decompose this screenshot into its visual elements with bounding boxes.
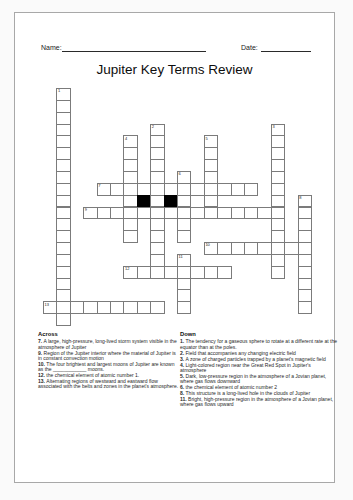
cell-r13c16[interactable]	[257, 242, 271, 255]
clue-10: 10. The four brightest and largest moons…	[38, 362, 179, 372]
cell-r15c7[interactable]	[137, 266, 151, 279]
clue-number-9: 9	[85, 208, 87, 212]
cell-r12c6[interactable]	[123, 230, 137, 243]
cell-r18c8[interactable]	[150, 301, 164, 314]
down-clue-list: 1. The tendency for a gaseous sphere to …	[180, 339, 338, 407]
cell-r13c13[interactable]	[217, 242, 231, 255]
clue-number-5: 5	[205, 137, 207, 141]
cell-r8c13[interactable]	[217, 183, 231, 196]
worksheet-page: Name: Date: Jupiter Key Terms Review 123…	[0, 0, 353, 500]
cell-r13c12[interactable]: 10	[204, 242, 218, 255]
clue-5: 5. Dark, low-pressure region in the atmo…	[180, 374, 338, 384]
cell-r8c15[interactable]	[244, 183, 258, 196]
worksheet-sheet: Name: Date: Jupiter Key Terms Review 123…	[14, 12, 335, 483]
cell-r10c9[interactable]	[164, 207, 178, 220]
cell-r10c12[interactable]	[204, 207, 218, 220]
cell-r15c6[interactable]: 12	[123, 266, 137, 279]
page-title: Jupiter Key Terms Review	[15, 62, 334, 77]
across-clue-list: 7. A large, high-pressure, long-lived st…	[38, 339, 179, 389]
cell-r8c11[interactable]	[190, 183, 204, 196]
cell-r13c18[interactable]	[284, 242, 298, 255]
clue-number-8: 8	[299, 196, 301, 200]
cell-r18c2[interactable]	[70, 301, 84, 314]
cell-r12c10[interactable]	[177, 230, 191, 243]
cell-r10c16[interactable]	[257, 207, 271, 220]
cell-r10c3[interactable]: 9	[83, 207, 97, 220]
down-clues: Down 1. The tendency for a gaseous spher…	[180, 331, 338, 408]
cell-r10c14[interactable]	[231, 207, 245, 220]
cell-r13c15[interactable]	[244, 242, 258, 255]
cell-r13c14[interactable]	[231, 242, 245, 255]
clue-number-1: 1	[58, 89, 60, 93]
clue-number-12: 12	[125, 267, 129, 271]
name-label: Name:	[41, 44, 62, 51]
cell-r8c5[interactable]	[110, 183, 124, 196]
clue-1: 1. The tendency for a gaseous sphere to …	[180, 339, 338, 349]
cell-r18c0[interactable]: 13	[43, 301, 57, 314]
cell-r19c1[interactable]	[56, 313, 70, 326]
clue-number-11: 11	[179, 255, 183, 259]
cell-r10c15[interactable]	[244, 207, 258, 220]
date-label: Date:	[241, 44, 258, 51]
clue-4: 4. Light-colored region near the Great R…	[180, 363, 338, 373]
clue-13: 13. Alternating regions of westward and …	[38, 379, 179, 389]
clue-number-3: 3	[272, 125, 274, 129]
clue-number-6: 6	[179, 172, 181, 176]
clue-number-4: 4	[125, 137, 127, 141]
cell-r18c5[interactable]	[110, 301, 124, 314]
cell-r10c5[interactable]	[110, 207, 124, 220]
name-blank[interactable]	[62, 44, 206, 52]
cell-r18c6[interactable]	[123, 301, 137, 314]
date-blank[interactable]	[261, 44, 311, 52]
clue-11: 11. Bright, high-pressure region in the …	[180, 397, 338, 407]
cell-r8c4[interactable]: 7	[97, 183, 111, 196]
cell-r10c11[interactable]	[190, 207, 204, 220]
cell-r18c7[interactable]	[137, 301, 151, 314]
cell-r15c8[interactable]	[150, 266, 164, 279]
cell-r10c7[interactable]	[137, 207, 151, 220]
cell-r8c14[interactable]	[231, 183, 245, 196]
cell-r15c11[interactable]	[190, 266, 204, 279]
clue-number-13: 13	[45, 303, 49, 307]
cell-r18c4[interactable]	[97, 301, 111, 314]
cell-r15c9[interactable]	[164, 266, 178, 279]
cell-r15c12[interactable]	[204, 266, 218, 279]
clue-number-7: 7	[98, 184, 100, 188]
clue-9: 9. Region of the Jupiter interior where …	[38, 351, 179, 361]
cell-r18c19[interactable]	[298, 301, 312, 314]
cell-r15c13[interactable]	[217, 266, 231, 279]
cell-r15c17[interactable]	[271, 266, 285, 279]
clue-7: 7. A large, high-pressure, long-lived st…	[38, 339, 179, 349]
cell-r18c10[interactable]	[177, 301, 191, 314]
across-header: Across	[38, 331, 179, 337]
clue-number-2: 2	[152, 125, 154, 129]
across-clues: Across 7. A large, high-pressure, long-l…	[38, 331, 179, 390]
down-header: Down	[180, 331, 338, 337]
cell-r10c13[interactable]	[217, 207, 231, 220]
crossword-grid: 12345678910111213	[43, 88, 312, 326]
cell-r10c4[interactable]	[97, 207, 111, 220]
cell-r18c3[interactable]	[83, 301, 97, 314]
clue-number-10: 10	[205, 243, 209, 247]
